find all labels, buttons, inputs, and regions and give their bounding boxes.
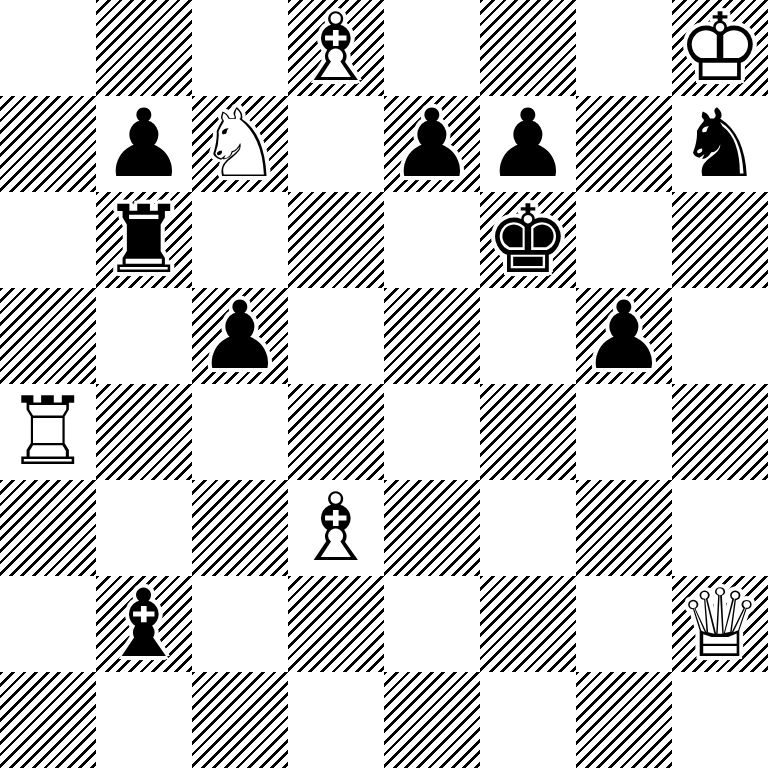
square-f7[interactable]: ♟ bbox=[480, 96, 576, 192]
black-pawn: ♟ bbox=[96, 96, 192, 192]
square-b5[interactable] bbox=[96, 288, 192, 384]
square-d3[interactable]: ♝♗ bbox=[288, 480, 384, 576]
piece-glyph: ♔ bbox=[672, 0, 768, 96]
square-b7[interactable]: ♟ bbox=[96, 96, 192, 192]
piece-glyph: ♜ bbox=[96, 192, 192, 288]
square-h1[interactable] bbox=[672, 672, 768, 768]
piece-glyph: ♘ bbox=[192, 96, 288, 192]
piece-glyph: ♝ bbox=[96, 576, 192, 672]
black-pawn: ♟ bbox=[480, 96, 576, 192]
black-pawn: ♟ bbox=[576, 288, 672, 384]
square-a6[interactable] bbox=[0, 192, 96, 288]
square-b6[interactable]: ♜ bbox=[96, 192, 192, 288]
square-g2[interactable] bbox=[576, 576, 672, 672]
square-d4[interactable] bbox=[288, 384, 384, 480]
piece-glyph: ♖ bbox=[0, 384, 96, 480]
square-f3[interactable] bbox=[480, 480, 576, 576]
square-f5[interactable] bbox=[480, 288, 576, 384]
square-c1[interactable] bbox=[192, 672, 288, 768]
black-pawn: ♟ bbox=[192, 288, 288, 384]
square-g8[interactable] bbox=[576, 0, 672, 96]
square-a7[interactable] bbox=[0, 96, 96, 192]
square-c6[interactable] bbox=[192, 192, 288, 288]
square-f6[interactable]: ♚ bbox=[480, 192, 576, 288]
white-bishop: ♝♗ bbox=[288, 480, 384, 576]
square-b3[interactable] bbox=[96, 480, 192, 576]
square-e4[interactable] bbox=[384, 384, 480, 480]
piece-glyph: ♟ bbox=[192, 288, 288, 384]
square-c2[interactable] bbox=[192, 576, 288, 672]
square-c8[interactable] bbox=[192, 0, 288, 96]
square-e8[interactable] bbox=[384, 0, 480, 96]
square-e2[interactable] bbox=[384, 576, 480, 672]
square-g1[interactable] bbox=[576, 672, 672, 768]
square-d5[interactable] bbox=[288, 288, 384, 384]
white-knight: ♞♘ bbox=[192, 96, 288, 192]
square-g3[interactable] bbox=[576, 480, 672, 576]
square-f4[interactable] bbox=[480, 384, 576, 480]
square-f1[interactable] bbox=[480, 672, 576, 768]
white-rook: ♜♖ bbox=[0, 384, 96, 480]
square-h3[interactable] bbox=[672, 480, 768, 576]
square-d8[interactable]: ♝♗ bbox=[288, 0, 384, 96]
chess-board: ♝♗♚♔♟♞♘♟♟♞♜♚♟♟♜♖♝♗♝♛♕ bbox=[0, 0, 768, 768]
piece-glyph: ♟ bbox=[96, 96, 192, 192]
square-g4[interactable] bbox=[576, 384, 672, 480]
white-queen: ♛♕ bbox=[672, 576, 768, 672]
square-a3[interactable] bbox=[0, 480, 96, 576]
square-b4[interactable] bbox=[96, 384, 192, 480]
square-b1[interactable] bbox=[96, 672, 192, 768]
square-a2[interactable] bbox=[0, 576, 96, 672]
square-h7[interactable]: ♞ bbox=[672, 96, 768, 192]
square-d6[interactable] bbox=[288, 192, 384, 288]
square-g7[interactable] bbox=[576, 96, 672, 192]
square-h8[interactable]: ♚♔ bbox=[672, 0, 768, 96]
square-h5[interactable] bbox=[672, 288, 768, 384]
piece-glyph: ♟ bbox=[384, 96, 480, 192]
square-c5[interactable]: ♟ bbox=[192, 288, 288, 384]
black-pawn: ♟ bbox=[384, 96, 480, 192]
square-h4[interactable] bbox=[672, 384, 768, 480]
square-a1[interactable] bbox=[0, 672, 96, 768]
piece-glyph: ♚ bbox=[480, 192, 576, 288]
square-a5[interactable] bbox=[0, 288, 96, 384]
square-f2[interactable] bbox=[480, 576, 576, 672]
white-bishop: ♝♗ bbox=[288, 0, 384, 96]
square-c4[interactable] bbox=[192, 384, 288, 480]
piece-glyph: ♟ bbox=[480, 96, 576, 192]
black-bishop: ♝ bbox=[96, 576, 192, 672]
square-e5[interactable] bbox=[384, 288, 480, 384]
square-h2[interactable]: ♛♕ bbox=[672, 576, 768, 672]
black-king: ♚ bbox=[480, 192, 576, 288]
square-d7[interactable] bbox=[288, 96, 384, 192]
square-e6[interactable] bbox=[384, 192, 480, 288]
square-g5[interactable]: ♟ bbox=[576, 288, 672, 384]
square-h6[interactable] bbox=[672, 192, 768, 288]
piece-glyph: ♕ bbox=[672, 576, 768, 672]
square-c3[interactable] bbox=[192, 480, 288, 576]
square-e7[interactable]: ♟ bbox=[384, 96, 480, 192]
square-b8[interactable] bbox=[96, 0, 192, 96]
piece-glyph: ♗ bbox=[288, 0, 384, 96]
square-c7[interactable]: ♞♘ bbox=[192, 96, 288, 192]
square-e3[interactable] bbox=[384, 480, 480, 576]
square-d1[interactable] bbox=[288, 672, 384, 768]
piece-glyph: ♗ bbox=[288, 480, 384, 576]
square-f8[interactable] bbox=[480, 0, 576, 96]
square-d2[interactable] bbox=[288, 576, 384, 672]
piece-glyph: ♟ bbox=[576, 288, 672, 384]
square-g6[interactable] bbox=[576, 192, 672, 288]
square-a4[interactable]: ♜♖ bbox=[0, 384, 96, 480]
black-rook: ♜ bbox=[96, 192, 192, 288]
piece-glyph: ♞ bbox=[672, 96, 768, 192]
square-e1[interactable] bbox=[384, 672, 480, 768]
white-king: ♚♔ bbox=[672, 0, 768, 96]
square-a8[interactable] bbox=[0, 0, 96, 96]
square-b2[interactable]: ♝ bbox=[96, 576, 192, 672]
black-knight: ♞ bbox=[672, 96, 768, 192]
